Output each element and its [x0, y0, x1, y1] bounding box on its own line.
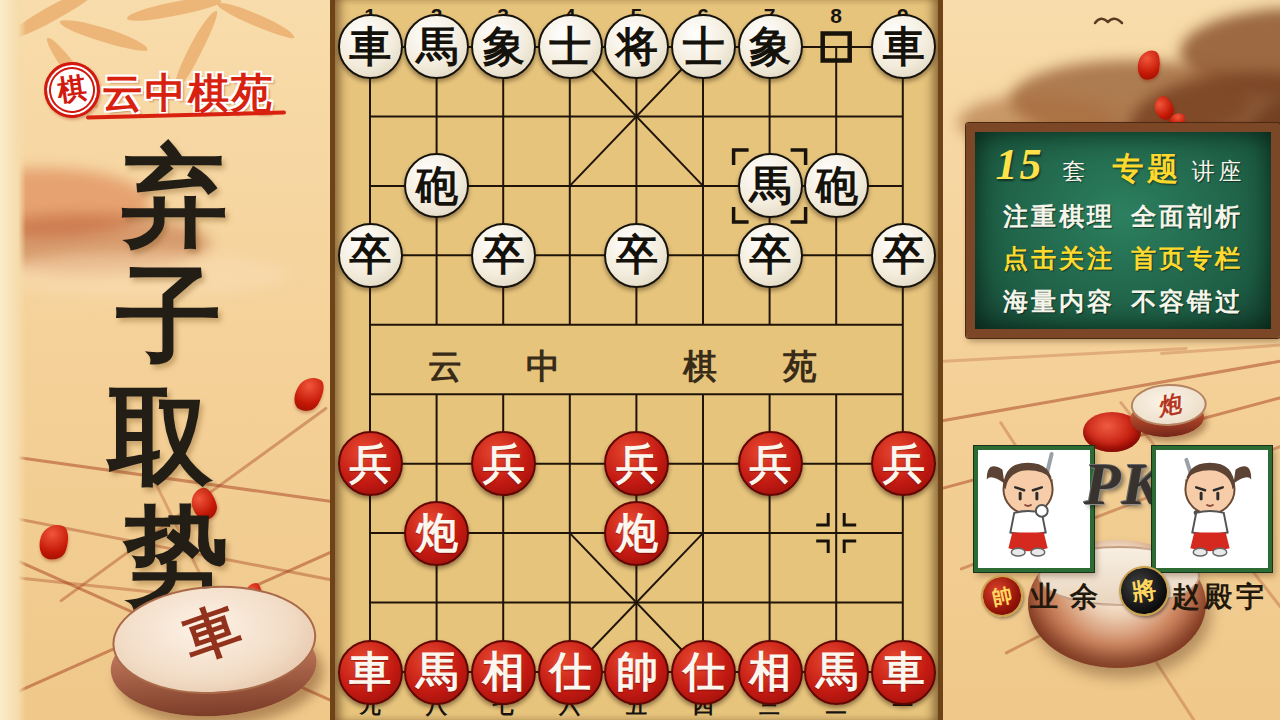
bird-icon: [1092, 12, 1132, 28]
chalkboard-row: 注重棋理全面剖析: [983, 200, 1263, 233]
piece-red-f7-r10[interactable]: 相: [738, 640, 803, 705]
piece-red-f2-r10[interactable]: 馬: [404, 640, 469, 705]
chalkboard-lines: 15套专题讲座注重棋理全面剖析点击关注首页专栏海量内容不容错过: [975, 132, 1271, 329]
piece-red-f5-r10[interactable]: 帥: [604, 640, 669, 705]
piece-red-f5-r7[interactable]: 兵: [604, 431, 669, 496]
piece-red-f8-r10[interactable]: 馬: [804, 640, 869, 705]
red-player-avatar: [974, 446, 1094, 572]
red-king-badge: 帥: [977, 571, 1027, 621]
chalkboard-text: 首页专栏: [1131, 242, 1243, 275]
scroll-edge: [0, 0, 26, 720]
chalkboard-text: 注重棋理: [1003, 200, 1115, 233]
piece-black-f2-r1[interactable]: 馬: [404, 14, 469, 79]
warrior-cartoon-icon: [978, 450, 1082, 560]
episode-vertical-title: 弃 子 取 势: [94, 140, 244, 616]
piece-black-f9-r4[interactable]: 卒: [871, 223, 936, 288]
piece-black-f3-r1[interactable]: 象: [471, 14, 536, 79]
chalkboard-row: 海量内容不容错过: [983, 285, 1263, 318]
chalkboard-text: 套: [1063, 156, 1090, 187]
piece-black-f7-r1[interactable]: 象: [738, 14, 803, 79]
piece-red-f9-r7[interactable]: 兵: [871, 431, 936, 496]
piece-red-f3-r10[interactable]: 相: [471, 640, 536, 705]
piece-red-f6-r10[interactable]: 仕: [671, 640, 736, 705]
piece-red-f5-r8[interactable]: 炮: [604, 501, 669, 566]
chalkboard-row: 点击关注首页专栏: [983, 242, 1263, 275]
piece-red-f2-r8[interactable]: 炮: [404, 501, 469, 566]
black-player-avatar: [1152, 446, 1272, 572]
piece-red-f7-r7[interactable]: 兵: [738, 431, 803, 496]
piece-black-f2-r3[interactable]: 砲: [404, 153, 469, 218]
piece-black-f6-r1[interactable]: 士: [671, 14, 736, 79]
chalkboard-text: 点击关注: [1003, 242, 1115, 275]
piece-black-f4-r1[interactable]: 士: [538, 14, 603, 79]
title-char: 弃: [122, 140, 228, 254]
chalkboard: 15套专题讲座注重棋理全面剖析点击关注首页专栏海量内容不容错过: [966, 123, 1280, 338]
logo-badge: 棋: [40, 58, 103, 121]
table-line: [938, 347, 1188, 363]
piece-char: 炮: [1154, 387, 1183, 422]
piece-black-f3-r4[interactable]: 卒: [471, 223, 536, 288]
chalkboard-row: 15套专题讲座: [983, 143, 1263, 190]
title-char: 取: [107, 381, 213, 495]
piece-black-f1-r1[interactable]: 車: [338, 14, 403, 79]
chalkboard-text: 讲座: [1192, 156, 1246, 187]
piece-black-f9-r1[interactable]: 車: [871, 14, 936, 79]
chalkboard-text: 15: [996, 143, 1044, 187]
piece-black-f5-r1[interactable]: 将: [604, 14, 669, 79]
chalkboard-text: 海量内容: [1003, 285, 1115, 318]
piece-red-f1-r7[interactable]: 兵: [338, 431, 403, 496]
piece-red-f4-r10[interactable]: 仕: [538, 640, 603, 705]
piece-black-f8-r3[interactable]: 砲: [804, 153, 869, 218]
decor-xiangqi-piece-right: 炮: [1128, 383, 1206, 442]
piece-black-f1-r4[interactable]: 卒: [338, 223, 403, 288]
logo-badge-char: 棋: [55, 68, 89, 112]
black-player-name: 赵殿宇: [1172, 578, 1268, 616]
piece-black-f7-r4[interactable]: 卒: [738, 223, 803, 288]
piece-red-f3-r7[interactable]: 兵: [471, 431, 536, 496]
piece-black-f5-r4[interactable]: 卒: [604, 223, 669, 288]
xiangqi-board[interactable]: 車馬象士将士象車砲馬砲卒卒卒卒卒兵兵兵兵兵炮炮車馬相仕帥仕相馬車: [337, 12, 937, 707]
decor-xiangqi-piece-left: 車: [107, 581, 320, 720]
chalkboard-text: 全面剖析: [1131, 200, 1243, 233]
piece-black-f7-r3[interactable]: 馬: [738, 153, 803, 218]
chalkboard-text: 不容错过: [1131, 285, 1243, 318]
pk-label: PK: [1084, 450, 1163, 519]
title-char: 子: [116, 260, 222, 374]
warrior-cartoon-icon: [1156, 450, 1260, 560]
bamboo-leaf: [215, 0, 297, 43]
chalkboard-text: 专题: [1113, 148, 1183, 190]
piece-red-f1-r10[interactable]: 車: [338, 640, 403, 705]
piece-red-f9-r10[interactable]: 車: [871, 640, 936, 705]
red-player-name: 业余: [1030, 578, 1110, 616]
